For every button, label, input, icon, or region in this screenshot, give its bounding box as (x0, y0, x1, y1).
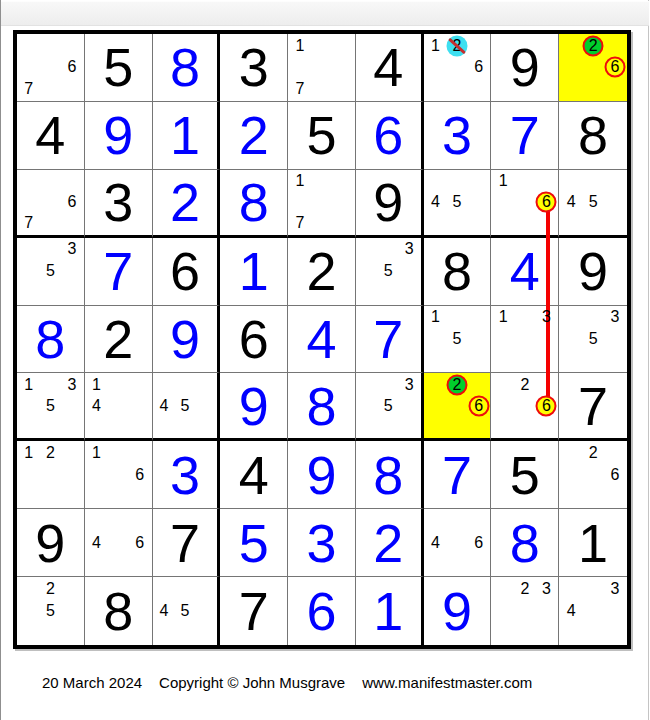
cell-r2c1[interactable]: 4 (17, 102, 85, 170)
candidate-digit: 5 (453, 194, 462, 210)
solved-digit: 2 (356, 509, 421, 576)
solved-digit: 3 (424, 102, 491, 169)
candidate-digit: 5 (453, 331, 462, 347)
solved-digit: 7 (356, 306, 421, 373)
candidate-digit: 6 (474, 535, 483, 551)
cell-r8c7[interactable]: 46 (424, 509, 492, 577)
solved-digit: 9 (220, 373, 287, 438)
cell-r4c6[interactable]: 35 (356, 238, 424, 306)
candidate-digit: 3 (68, 241, 77, 257)
given-digit: 4 (220, 441, 287, 508)
given-digit: 6 (153, 238, 218, 305)
cell-r3c5[interactable]: 17 (288, 170, 356, 238)
candidate-digit: 7 (24, 215, 33, 231)
cell-r9c5[interactable]: 6 (288, 577, 356, 645)
window-right-edge (648, 0, 649, 720)
cell-r3c6[interactable]: 9 (356, 170, 424, 238)
candidate-digit: 6 (68, 59, 77, 75)
candidate-digit: 3 (611, 309, 620, 325)
given-digit: 7 (220, 577, 287, 645)
candidate-grid: 26 (425, 374, 490, 437)
candidate-grid: 26 (560, 35, 626, 100)
cell-r2c6[interactable]: 6 (356, 102, 424, 170)
solved-digit: 6 (288, 577, 355, 645)
cell-r1c3[interactable]: 8 (153, 34, 221, 102)
cell-r7c2[interactable]: 16 (85, 441, 153, 509)
given-digit: 4 (356, 34, 421, 101)
candidate-grid: 67 (18, 171, 83, 234)
cell-r3c1[interactable]: 67 (17, 170, 85, 238)
candidate-digit: 7 (24, 81, 33, 97)
solved-digit: 3 (153, 441, 218, 508)
solved-digit: 8 (220, 170, 287, 235)
given-digit: 9 (356, 170, 421, 235)
candidate-digit: 5 (384, 263, 393, 279)
candidate-digit: 1 (24, 445, 33, 461)
candidate-digit: 2 (589, 445, 598, 461)
candidate-digit: 5 (180, 603, 189, 619)
board: 6758317412692649125637867328179451645357… (13, 30, 631, 649)
candidate-digit: 1 (295, 38, 304, 54)
candidate-grid: 45 (154, 374, 217, 437)
window-left-edge (0, 0, 1, 720)
candidate-digit: 1 (92, 445, 101, 461)
cell-r4c5[interactable]: 2 (288, 238, 356, 306)
cell-r1c7[interactable]: 126 (424, 34, 492, 102)
candidate-grid: 46 (425, 510, 490, 575)
cell-r1c5[interactable]: 17 (288, 34, 356, 102)
solved-digit: 9 (424, 577, 491, 645)
candidate-grid: 17 (289, 35, 354, 100)
cell-r7c9[interactable]: 26 (559, 441, 627, 509)
candidate-grid: 45 (154, 578, 217, 644)
candidate-digit: 7 (295, 215, 304, 231)
given-digit: 3 (220, 34, 287, 101)
cell-r1c1[interactable]: 67 (17, 34, 85, 102)
candidate-grid: 35 (357, 239, 420, 304)
given-digit: 9 (17, 509, 84, 576)
solved-digit: 8 (17, 306, 84, 373)
candidate-grid: 35 (18, 239, 83, 304)
candidate-digit: 5 (589, 331, 598, 347)
candidate-digit: 3 (542, 581, 551, 597)
candidate-digit: 5 (46, 263, 55, 279)
cell-r6c3[interactable]: 45 (153, 373, 221, 441)
candidate-digit: 4 (567, 603, 576, 619)
candidate-digit: 2 (46, 445, 55, 461)
candidate-digit: 3 (542, 309, 551, 325)
cell-r3c3[interactable]: 2 (153, 170, 221, 238)
candidate-digit: 4 (431, 535, 440, 551)
cell-r1c8[interactable]: 9 (491, 34, 559, 102)
solved-digit: 6 (356, 102, 421, 169)
candidate-digit: 4 (567, 194, 576, 210)
candidate-digit: 1 (431, 309, 440, 325)
cell-r4c7[interactable]: 8 (424, 238, 492, 306)
solved-digit: 5 (220, 509, 287, 576)
candidate-digit: 6 (68, 194, 77, 210)
candidate-digit: 3 (405, 377, 414, 393)
given-digit: 8 (424, 238, 491, 305)
candidate-grid: 35 (357, 374, 420, 437)
cell-r9c4[interactable]: 7 (220, 577, 288, 645)
cell-r2c5[interactable]: 5 (288, 102, 356, 170)
solved-digit: 2 (220, 102, 287, 169)
cell-r8c9[interactable]: 1 (559, 509, 627, 577)
cell-r5c4[interactable]: 6 (220, 306, 288, 374)
solved-digit: 8 (491, 509, 558, 576)
cell-r7c3[interactable]: 3 (153, 441, 221, 509)
candidate-digit: 1 (499, 173, 508, 189)
given-digit: 2 (85, 306, 152, 373)
candidate-grid: 135 (18, 374, 83, 437)
cell-r8c8[interactable]: 8 (491, 509, 559, 577)
given-digit: 4 (17, 102, 84, 169)
candidate-grid: 67 (18, 35, 83, 100)
cell-r4c9[interactable]: 9 (559, 238, 627, 306)
cell-r5c9[interactable]: 35 (559, 306, 627, 374)
cell-r6c5[interactable]: 8 (288, 373, 356, 441)
cell-r7c5[interactable]: 9 (288, 441, 356, 509)
candidate-digit: 5 (384, 398, 393, 414)
solved-digit: 2 (153, 170, 218, 235)
candidate-digit: 3 (68, 377, 77, 393)
cell-r9c7[interactable]: 9 (424, 577, 492, 645)
candidate-grid: 14 (86, 374, 151, 437)
given-digit: 8 (559, 102, 627, 169)
cell-r5c6[interactable]: 7 (356, 306, 424, 374)
solved-digit: 9 (288, 441, 355, 508)
cell-r8c4[interactable]: 5 (220, 509, 288, 577)
candidate-digit: 4 (92, 398, 101, 414)
candidate-grid: 15 (425, 307, 490, 372)
given-digit: 5 (288, 102, 355, 169)
cell-r8c6[interactable]: 2 (356, 509, 424, 577)
given-digit: 9 (559, 238, 627, 305)
cell-r4c4[interactable]: 1 (220, 238, 288, 306)
cell-r7c8[interactable]: 5 (491, 441, 559, 509)
given-digit: 8 (85, 577, 152, 645)
candidate-digit: 6 (474, 59, 483, 75)
candidate-digit: 1 (295, 173, 304, 189)
cell-r6c7[interactable]: 26 (424, 373, 492, 441)
cell-r1c9[interactable]: 26 (559, 34, 627, 102)
candidate-digit: 4 (431, 194, 440, 210)
candidate-grid: 25 (18, 578, 83, 644)
cell-r6c9[interactable]: 7 (559, 373, 627, 441)
solved-digit: 8 (288, 373, 355, 438)
footer-website: www.manifestmaster.com (362, 674, 532, 691)
cell-r8c1[interactable]: 9 (17, 509, 85, 577)
given-digit: 6 (220, 306, 287, 373)
cell-r3c9[interactable]: 45 (559, 170, 627, 238)
candidate-grid: 16 (86, 442, 151, 507)
cell-r6c4[interactable]: 9 (220, 373, 288, 441)
cell-r2c2[interactable]: 9 (85, 102, 153, 170)
cell-r4c2[interactable]: 7 (85, 238, 153, 306)
candidate-grid: 45 (425, 171, 490, 234)
candidate-grid: 17 (289, 171, 354, 234)
cell-r2c9[interactable]: 8 (559, 102, 627, 170)
solved-digit: 1 (153, 102, 218, 169)
candidate-grid: 26 (560, 442, 626, 507)
solved-digit: 7 (491, 102, 558, 169)
cell-r4c3[interactable]: 6 (153, 238, 221, 306)
cell-r3c2[interactable]: 3 (85, 170, 153, 238)
given-digit: 5 (85, 34, 152, 101)
cell-r1c6[interactable]: 4 (356, 34, 424, 102)
given-digit: 1 (559, 509, 627, 576)
given-digit: 2 (288, 238, 355, 305)
candidate-digit: 6 (474, 398, 483, 414)
footer-date: 20 March 2024 (42, 674, 142, 691)
candidate-digit: 6 (135, 535, 144, 551)
given-digit: 7 (559, 373, 627, 438)
cell-r2c8[interactable]: 7 (491, 102, 559, 170)
candidate-digit: 4 (160, 398, 169, 414)
candidate-digit: 6 (611, 59, 620, 75)
given-digit: 9 (491, 34, 558, 101)
solved-digit: 1 (356, 577, 421, 645)
cell-r2c4[interactable]: 2 (220, 102, 288, 170)
cell-r3c4[interactable]: 8 (220, 170, 288, 238)
solved-digit: 1 (220, 238, 287, 305)
cell-r7c6[interactable]: 8 (356, 441, 424, 509)
cell-r2c7[interactable]: 3 (424, 102, 492, 170)
candidate-digit: 1 (499, 309, 508, 325)
solved-digit: 8 (153, 34, 218, 101)
candidate-grid: 46 (86, 510, 151, 575)
candidate-digit: 4 (160, 603, 169, 619)
candidate-digit: 7 (295, 81, 304, 97)
candidate-digit: 2 (46, 581, 55, 597)
cell-r1c2[interactable]: 5 (85, 34, 153, 102)
candidate-grid: 34 (560, 578, 626, 644)
solved-digit: 9 (85, 102, 152, 169)
cell-r5c1[interactable]: 8 (17, 306, 85, 374)
cell-r7c4[interactable]: 4 (220, 441, 288, 509)
candidate-digit: 4 (92, 535, 101, 551)
cell-r6c1[interactable]: 135 (17, 373, 85, 441)
candidate-digit: 2 (520, 377, 529, 393)
solved-digit: 4 (288, 306, 355, 373)
cell-r1c4[interactable]: 3 (220, 34, 288, 102)
cell-r9c1[interactable]: 25 (17, 577, 85, 645)
cell-r9c8[interactable]: 23 (491, 577, 559, 645)
candidate-digit: 1 (431, 38, 440, 54)
cell-r6c6[interactable]: 35 (356, 373, 424, 441)
candidate-digit: 3 (611, 581, 620, 597)
cell-r7c1[interactable]: 12 (17, 441, 85, 509)
cell-r8c2[interactable]: 46 (85, 509, 153, 577)
candidate-digit: 5 (46, 603, 55, 619)
solved-digit: 8 (356, 441, 421, 508)
candidate-grid: 12 (18, 442, 83, 507)
cell-r5c2[interactable]: 2 (85, 306, 153, 374)
cell-r6c2[interactable]: 14 (85, 373, 153, 441)
candidate-digit: 6 (542, 398, 551, 414)
candidate-digit: 3 (405, 241, 414, 257)
footer: 20 March 2024 Copyright © John Musgrave … (42, 674, 532, 691)
candidate-digit: 6 (542, 194, 551, 210)
given-digit: 3 (85, 170, 152, 235)
cell-r2c3[interactable]: 1 (153, 102, 221, 170)
candidate-digit: 1 (92, 377, 101, 393)
candidate-digit: 5 (180, 398, 189, 414)
solved-digit: 3 (288, 509, 355, 576)
cell-r8c5[interactable]: 3 (288, 509, 356, 577)
candidate-digit: 2 (589, 38, 598, 54)
given-digit: 7 (153, 509, 218, 576)
cell-r5c7[interactable]: 15 (424, 306, 492, 374)
cell-r5c5[interactable]: 4 (288, 306, 356, 374)
candidate-grid: 23 (492, 578, 557, 644)
toolbar-strip (1, 1, 649, 26)
candidate-digit: 2 (520, 581, 529, 597)
solved-digit: 7 (85, 238, 152, 305)
solved-digit: 9 (153, 306, 218, 373)
candidate-digit: 5 (589, 194, 598, 210)
given-digit: 5 (491, 441, 558, 508)
cell-r9c9[interactable]: 34 (559, 577, 627, 645)
cell-r9c2[interactable]: 8 (85, 577, 153, 645)
cell-r3c7[interactable]: 45 (424, 170, 492, 238)
candidate-grid: 126 (425, 35, 490, 100)
candidate-digit: 6 (135, 467, 144, 483)
cell-r9c6[interactable]: 1 (356, 577, 424, 645)
cell-r4c1[interactable]: 35 (17, 238, 85, 306)
candidate-digit: 6 (611, 467, 620, 483)
candidate-digit: 5 (46, 398, 55, 414)
candidate-grid: 35 (560, 307, 626, 372)
solved-digit: 7 (424, 441, 491, 508)
candidate-digit: 2 (453, 377, 462, 393)
candidate-digit: 1 (24, 377, 33, 393)
cell-r9c3[interactable]: 45 (153, 577, 221, 645)
cell-r7c7[interactable]: 7 (424, 441, 492, 509)
cell-r8c3[interactable]: 7 (153, 509, 221, 577)
cell-r5c3[interactable]: 9 (153, 306, 221, 374)
candidate-grid: 45 (560, 171, 626, 234)
chain-link-line (546, 204, 550, 408)
footer-copyright: Copyright © John Musgrave (159, 674, 345, 691)
